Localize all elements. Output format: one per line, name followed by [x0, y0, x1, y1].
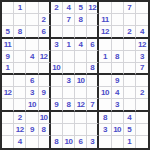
cell-r10c8[interactable] [87, 112, 99, 124]
cell-r10c9[interactable]: 8 [99, 112, 111, 124]
cell-r11c7[interactable] [75, 124, 87, 136]
cell-r11c11[interactable]: 5 [124, 124, 136, 136]
cell-r2c3[interactable] [26, 14, 38, 26]
cell-r10c6[interactable] [63, 112, 75, 124]
cell-r5c6[interactable] [63, 51, 75, 63]
cell-r9c12[interactable] [136, 99, 148, 111]
cell-r7c5[interactable] [51, 75, 63, 87]
cell-r4c10[interactable] [112, 39, 124, 51]
cell-r8c6[interactable] [63, 87, 75, 99]
cell-r11c2[interactable]: 12 [14, 124, 26, 136]
cell-r11c6[interactable] [63, 124, 75, 136]
cell-r8c12[interactable]: 2 [136, 87, 148, 99]
cell-r1c10[interactable] [112, 2, 124, 14]
cell-r6c4[interactable] [39, 63, 51, 75]
cell-r4c1[interactable]: 11 [2, 39, 14, 51]
cell-r10c3[interactable] [26, 112, 38, 124]
cell-r2c11[interactable] [124, 14, 136, 26]
cell-r3c2[interactable]: 8 [14, 26, 26, 38]
cell-r2c7[interactable]: 8 [75, 14, 87, 26]
cell-r11c12[interactable] [136, 124, 148, 136]
cell-r1c9[interactable] [99, 2, 111, 14]
cell-r6c7[interactable] [75, 63, 87, 75]
cell-r9c9[interactable] [99, 99, 111, 111]
cell-r5c4[interactable]: 12 [39, 51, 51, 63]
cell-r11c5[interactable] [51, 124, 63, 136]
cell-r5c9[interactable]: 1 [99, 51, 111, 63]
cell-r6c1[interactable]: 1 [2, 63, 14, 75]
cell-r6c10[interactable] [112, 63, 124, 75]
cell-r10c12[interactable] [136, 112, 148, 124]
cell-r6c11[interactable] [124, 63, 136, 75]
cell-r7c2[interactable] [14, 75, 26, 87]
cell-r10c2[interactable]: 2 [14, 112, 26, 124]
cell-r11c4[interactable]: 8 [39, 124, 51, 136]
cell-r3c7[interactable] [75, 26, 87, 38]
cell-r5c5[interactable] [51, 51, 63, 63]
cell-r8c8[interactable] [87, 87, 99, 99]
cell-r5c12[interactable]: 3 [136, 51, 148, 63]
cell-r7c7[interactable]: 10 [75, 75, 87, 87]
cell-r9c7[interactable]: 12 [75, 99, 87, 111]
cell-r4c9[interactable] [99, 39, 111, 51]
cell-r8c3[interactable]: 3 [26, 87, 38, 99]
cell-r3c4[interactable]: 6 [39, 26, 51, 38]
cell-r3c5[interactable] [51, 26, 63, 38]
cell-r2c6[interactable]: 7 [63, 14, 75, 26]
cell-r12c10[interactable] [112, 136, 124, 148]
cell-r7c4[interactable] [39, 75, 51, 87]
cell-r5c1[interactable]: 9 [2, 51, 14, 63]
cell-r10c11[interactable]: 4 [124, 112, 136, 124]
cell-r2c5[interactable] [51, 14, 63, 26]
cell-r11c3[interactable]: 9 [26, 124, 38, 136]
cell-r3c6[interactable] [63, 26, 75, 38]
cell-r4c7[interactable]: 4 [75, 39, 87, 51]
cell-r11c8[interactable] [87, 124, 99, 136]
cell-r7c11[interactable] [124, 75, 136, 87]
cell-r5c8[interactable] [87, 51, 99, 63]
cell-r4c6[interactable]: 1 [63, 39, 75, 51]
cell-r1c2[interactable]: 1 [14, 2, 26, 14]
cell-r6c2[interactable] [14, 63, 26, 75]
cell-r5c2[interactable] [14, 51, 26, 63]
cell-r4c8[interactable]: 6 [87, 39, 99, 51]
cell-r12c1[interactable] [2, 136, 14, 148]
cell-r9c4[interactable] [39, 99, 51, 111]
cell-r7c8[interactable] [87, 75, 99, 87]
cell-r6c5[interactable]: 10 [51, 63, 63, 75]
cell-r7c9[interactable] [99, 75, 111, 87]
cell-r10c10[interactable] [112, 112, 124, 124]
cell-r2c1[interactable] [2, 14, 14, 26]
cell-r11c1[interactable] [2, 124, 14, 136]
cell-r2c8[interactable] [87, 14, 99, 26]
cell-r12c2[interactable]: 4 [14, 136, 26, 148]
cell-r1c6[interactable]: 4 [63, 2, 75, 14]
cell-r7c10[interactable]: 9 [112, 75, 124, 87]
cell-r9c11[interactable] [124, 99, 136, 111]
cell-r8c1[interactable]: 12 [2, 87, 14, 99]
cell-r4c5[interactable]: 3 [51, 39, 63, 51]
cell-r6c12[interactable]: 7 [136, 63, 148, 75]
cell-r3c12[interactable]: 4 [136, 26, 148, 38]
cell-r8c11[interactable] [124, 87, 136, 99]
cell-r7c3[interactable]: 6 [26, 75, 38, 87]
cell-r3c11[interactable]: 2 [124, 26, 136, 38]
cell-r6c6[interactable] [63, 63, 75, 75]
cell-r3c8[interactable] [87, 26, 99, 38]
cell-r12c6[interactable]: 10 [63, 136, 75, 148]
cell-r10c4[interactable]: 10 [39, 112, 51, 124]
cell-r11c10[interactable]: 10 [112, 124, 124, 136]
cell-r8c4[interactable]: 9 [39, 87, 51, 99]
cell-r3c10[interactable] [112, 26, 124, 38]
cell-r12c3[interactable] [26, 136, 38, 148]
cell-r3c3[interactable] [26, 26, 38, 38]
cell-r1c5[interactable]: 2 [51, 2, 63, 14]
cell-r7c1[interactable] [2, 75, 14, 87]
cell-r8c10[interactable]: 4 [112, 87, 124, 99]
cell-r4c11[interactable] [124, 39, 136, 51]
cell-r12c12[interactable] [136, 136, 148, 148]
cell-r11c9[interactable]: 3 [99, 124, 111, 136]
cell-r8c2[interactable] [14, 87, 26, 99]
cell-r8c5[interactable] [51, 87, 63, 99]
cell-r2c2[interactable] [14, 14, 26, 26]
cell-r8c9[interactable]: 10 [99, 87, 111, 99]
cell-r6c3[interactable] [26, 63, 38, 75]
cell-r4c12[interactable]: 12 [136, 39, 148, 51]
cell-r9c2[interactable] [14, 99, 26, 111]
cell-r5c3[interactable]: 4 [26, 51, 38, 63]
cell-r4c2[interactable] [14, 39, 26, 51]
cell-r5c7[interactable] [75, 51, 87, 63]
cell-r2c4[interactable]: 2 [39, 14, 51, 26]
cell-r5c10[interactable]: 8 [112, 51, 124, 63]
sudoku-board: 1245127278115861224113146129412183110876… [0, 0, 150, 150]
cell-r3c9[interactable]: 12 [99, 26, 111, 38]
cell-r1c4[interactable] [39, 2, 51, 14]
cell-r9c6[interactable]: 8 [63, 99, 75, 111]
cell-r9c8[interactable]: 7 [87, 99, 99, 111]
cell-r1c11[interactable]: 7 [124, 2, 136, 14]
cell-r9c1[interactable] [2, 99, 14, 111]
cell-r9c10[interactable]: 3 [112, 99, 124, 111]
cell-r4c4[interactable] [39, 39, 51, 51]
cell-r10c5[interactable] [51, 112, 63, 124]
cell-r10c7[interactable] [75, 112, 87, 124]
cell-r10c1[interactable] [2, 112, 14, 124]
cell-r12c8[interactable]: 3 [87, 136, 99, 148]
cell-r2c12[interactable] [136, 14, 148, 26]
cell-r6c8[interactable]: 8 [87, 63, 99, 75]
cell-r12c5[interactable]: 8 [51, 136, 63, 148]
cell-r12c11[interactable]: 1 [124, 136, 136, 148]
cell-r1c1[interactable] [2, 2, 14, 14]
cell-r7c12[interactable] [136, 75, 148, 87]
cell-r8c7[interactable] [75, 87, 87, 99]
cell-r12c7[interactable]: 6 [75, 136, 87, 148]
cell-r2c10[interactable] [112, 14, 124, 26]
cell-r12c9[interactable] [99, 136, 111, 148]
cell-r1c3[interactable] [26, 2, 38, 14]
cell-r9c3[interactable]: 10 [26, 99, 38, 111]
cell-r1c7[interactable]: 5 [75, 2, 87, 14]
cell-r7c6[interactable]: 3 [63, 75, 75, 87]
cell-r1c8[interactable]: 12 [87, 2, 99, 14]
cell-r1c12[interactable] [136, 2, 148, 14]
cell-r2c9[interactable]: 11 [99, 14, 111, 26]
cell-r6c9[interactable] [99, 63, 111, 75]
cell-r3c1[interactable]: 5 [2, 26, 14, 38]
cell-r9c5[interactable]: 9 [51, 99, 63, 111]
cell-r4c3[interactable] [26, 39, 38, 51]
cell-r12c4[interactable] [39, 136, 51, 148]
cell-r5c11[interactable] [124, 51, 136, 63]
